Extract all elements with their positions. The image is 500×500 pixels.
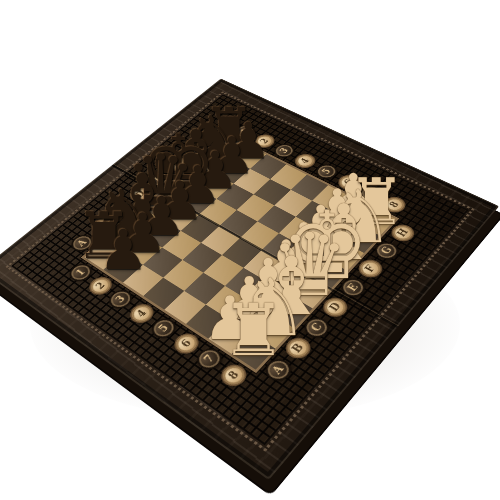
coordinate-disc: 4: [126, 301, 159, 327]
coordinate-disc: 5: [147, 315, 180, 342]
chess-set-photo: ABCDEFGH ABCDEFGH 12345678 12345678 ♜♟♞♟…: [0, 0, 500, 500]
piece-white-rook[interactable]: ♜: [221, 294, 286, 366]
board-square[interactable]: [163, 260, 203, 291]
board-square[interactable]: [164, 291, 205, 324]
board-square[interactable]: [143, 278, 184, 310]
coordinate-disc: 3: [105, 287, 137, 312]
coordinate-disc: 6: [169, 330, 203, 358]
board-square[interactable]: [182, 243, 222, 273]
piece-black-pawn[interactable]: ♟: [98, 223, 148, 278]
